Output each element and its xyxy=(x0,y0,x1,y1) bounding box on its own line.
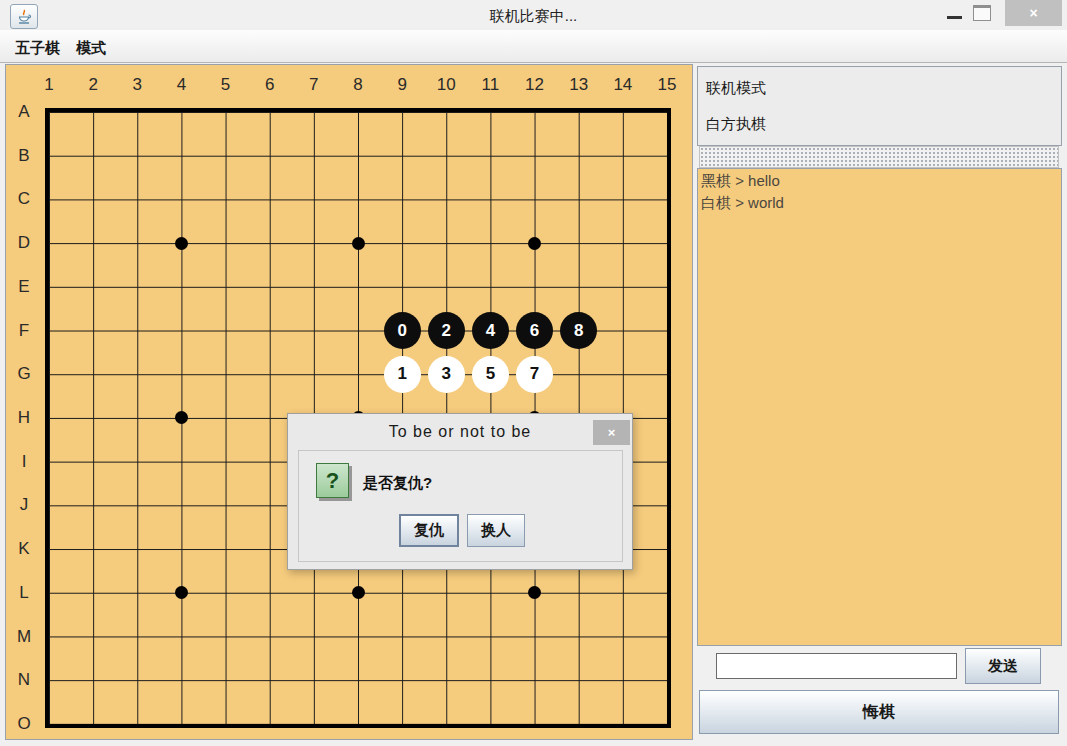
undo-move-button[interactable]: 悔棋 xyxy=(699,690,1059,734)
col-label-4: 4 xyxy=(177,75,186,95)
status-box: 联机模式 白方执棋 xyxy=(697,66,1062,146)
stone-black-F10: 2 xyxy=(428,312,465,349)
star-point-L8 xyxy=(352,586,365,599)
chat-message-1: 白棋 > world xyxy=(701,192,1058,214)
col-label-11: 11 xyxy=(482,75,500,95)
turn-label: 白方执棋 xyxy=(706,115,766,134)
row-label-H: H xyxy=(18,408,30,428)
menu-bar: 五子棋 模式 xyxy=(0,30,1067,63)
row-label-M: M xyxy=(17,627,31,647)
stone-white-G12: 7 xyxy=(516,356,553,393)
col-label-8: 8 xyxy=(353,75,362,95)
dialog-message: 是否复仇? xyxy=(363,474,432,493)
row-label-N: N xyxy=(18,670,30,690)
send-button[interactable]: 发送 xyxy=(965,648,1041,684)
col-label-1: 1 xyxy=(44,75,53,95)
revenge-dialog: To be or not to be × ? 是否复仇? 复仇 换人 xyxy=(287,413,633,570)
col-label-10: 10 xyxy=(437,75,456,95)
star-point-D4 xyxy=(175,237,188,250)
row-label-O: O xyxy=(17,714,30,734)
chat-log: 黑棋 > hello白棋 > world xyxy=(697,168,1062,646)
menu-item-gomoku[interactable]: 五子棋 xyxy=(11,37,64,60)
dialog-close-button[interactable]: × xyxy=(593,420,630,445)
board-panel: 123456789101112131415ABCDEFGHIJKLMNO0123… xyxy=(5,64,693,740)
col-label-14: 14 xyxy=(613,75,632,95)
chat-input[interactable] xyxy=(716,653,957,679)
col-label-2: 2 xyxy=(88,75,97,95)
star-point-D8 xyxy=(352,237,365,250)
split-pane-divider[interactable] xyxy=(699,146,1059,168)
row-label-G: G xyxy=(17,364,30,384)
right-panel: 联机模式 白方执棋 黑棋 > hello白棋 > world 发送 悔棋 xyxy=(697,64,1062,740)
row-label-F: F xyxy=(19,321,29,341)
col-label-9: 9 xyxy=(397,75,406,95)
maximize-button[interactable] xyxy=(973,5,991,21)
stone-white-G10: 3 xyxy=(428,356,465,393)
row-label-I: I xyxy=(22,452,27,472)
row-label-C: C xyxy=(18,189,30,209)
col-label-3: 3 xyxy=(133,75,142,95)
title-bar: 联机比赛中... × xyxy=(0,0,1067,30)
col-label-7: 7 xyxy=(309,75,318,95)
chat-message-0: 黑棋 > hello xyxy=(701,170,1058,192)
col-label-15: 15 xyxy=(658,75,677,95)
stone-black-F12: 6 xyxy=(516,312,553,349)
star-point-D12 xyxy=(528,237,541,250)
col-label-5: 5 xyxy=(221,75,230,95)
row-label-D: D xyxy=(18,233,30,253)
app-window: 联机比赛中... × 五子棋 模式 123456789101112131415A… xyxy=(0,0,1067,746)
stone-white-G9: 1 xyxy=(384,356,421,393)
revenge-button[interactable]: 复仇 xyxy=(399,514,459,547)
stone-black-F11: 4 xyxy=(472,312,509,349)
stone-black-F13: 8 xyxy=(560,312,597,349)
menu-item-mode[interactable]: 模式 xyxy=(72,37,110,60)
row-label-L: L xyxy=(19,583,28,603)
minimize-button[interactable] xyxy=(947,16,962,19)
row-label-J: J xyxy=(20,495,29,515)
row-label-E: E xyxy=(18,277,29,297)
window-title: 联机比赛中... xyxy=(0,7,1067,26)
mode-label: 联机模式 xyxy=(706,79,766,98)
question-icon: ? xyxy=(316,463,349,498)
col-label-13: 13 xyxy=(569,75,588,95)
close-button[interactable]: × xyxy=(1005,0,1062,26)
switch-player-button[interactable]: 换人 xyxy=(467,514,525,547)
row-label-B: B xyxy=(18,146,29,166)
stone-black-F9: 0 xyxy=(384,312,421,349)
col-label-12: 12 xyxy=(525,75,544,95)
row-label-K: K xyxy=(18,539,29,559)
dialog-title: To be or not to be xyxy=(288,423,632,441)
row-label-A: A xyxy=(18,102,29,122)
col-label-6: 6 xyxy=(265,75,274,95)
stone-white-G11: 5 xyxy=(472,356,509,393)
